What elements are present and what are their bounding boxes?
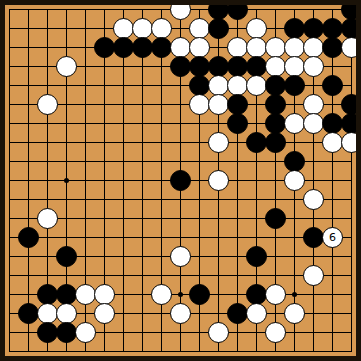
white-stone bbox=[246, 37, 267, 58]
grid-line-horizontal bbox=[9, 199, 352, 200]
white-stone bbox=[303, 94, 324, 115]
grid-line-vertical bbox=[351, 9, 352, 352]
white-stone bbox=[303, 56, 324, 77]
black-stone bbox=[227, 113, 248, 134]
black-stone bbox=[322, 75, 343, 96]
black-stone bbox=[265, 208, 286, 229]
black-stone bbox=[322, 18, 343, 39]
star-point bbox=[64, 178, 69, 183]
black-stone bbox=[18, 303, 39, 324]
black-stone bbox=[284, 18, 305, 39]
black-stone bbox=[189, 284, 210, 305]
black-stone bbox=[170, 56, 191, 77]
black-stone bbox=[170, 170, 191, 191]
go-board[interactable]: 6 bbox=[0, 0, 361, 361]
black-stone bbox=[37, 284, 58, 305]
black-stone bbox=[246, 284, 267, 305]
white-stone bbox=[303, 265, 324, 286]
white-stone bbox=[208, 94, 229, 115]
white-stone bbox=[189, 18, 210, 39]
white-stone bbox=[56, 303, 77, 324]
black-stone bbox=[341, 113, 361, 134]
black-stone bbox=[322, 37, 343, 58]
white-stone: 6 bbox=[322, 227, 343, 248]
white-stone bbox=[227, 37, 248, 58]
black-stone bbox=[56, 322, 77, 343]
black-stone bbox=[56, 246, 77, 267]
black-stone bbox=[56, 284, 77, 305]
white-stone bbox=[284, 170, 305, 191]
white-stone bbox=[208, 75, 229, 96]
black-stone bbox=[208, 56, 229, 77]
black-stone bbox=[94, 37, 115, 58]
white-stone bbox=[246, 18, 267, 39]
white-stone bbox=[341, 132, 361, 153]
black-stone bbox=[151, 37, 172, 58]
white-stone bbox=[322, 132, 343, 153]
black-stone bbox=[246, 132, 267, 153]
white-stone bbox=[208, 132, 229, 153]
black-stone bbox=[189, 75, 210, 96]
white-stone bbox=[189, 37, 210, 58]
go-board-screenshot: 6 bbox=[0, 0, 361, 361]
white-stone bbox=[265, 56, 286, 77]
star-point bbox=[292, 292, 297, 297]
white-stone bbox=[56, 56, 77, 77]
move-number-label: 6 bbox=[329, 232, 336, 243]
black-stone bbox=[227, 0, 248, 20]
black-stone bbox=[227, 56, 248, 77]
black-stone bbox=[303, 227, 324, 248]
black-stone bbox=[37, 322, 58, 343]
black-stone bbox=[341, 94, 361, 115]
white-stone bbox=[284, 113, 305, 134]
star-point bbox=[178, 292, 183, 297]
white-stone bbox=[265, 322, 286, 343]
white-stone bbox=[94, 284, 115, 305]
white-stone bbox=[265, 37, 286, 58]
white-stone bbox=[341, 37, 361, 58]
white-stone bbox=[303, 189, 324, 210]
white-stone bbox=[246, 75, 267, 96]
black-stone bbox=[284, 151, 305, 172]
black-stone bbox=[265, 94, 286, 115]
black-stone bbox=[18, 227, 39, 248]
black-stone bbox=[284, 75, 305, 96]
black-stone bbox=[246, 56, 267, 77]
white-stone bbox=[246, 303, 267, 324]
black-stone bbox=[227, 303, 248, 324]
white-stone bbox=[303, 113, 324, 134]
white-stone bbox=[37, 208, 58, 229]
black-stone bbox=[265, 113, 286, 134]
grid-line-horizontal bbox=[9, 218, 352, 219]
white-stone bbox=[284, 37, 305, 58]
black-stone bbox=[189, 56, 210, 77]
black-stone bbox=[208, 18, 229, 39]
black-stone bbox=[265, 132, 286, 153]
white-stone bbox=[132, 18, 153, 39]
white-stone bbox=[151, 284, 172, 305]
black-stone bbox=[341, 0, 361, 20]
white-stone bbox=[284, 303, 305, 324]
white-stone bbox=[265, 284, 286, 305]
grid-line-horizontal bbox=[9, 237, 352, 238]
white-stone bbox=[170, 37, 191, 58]
white-stone bbox=[94, 303, 115, 324]
white-stone bbox=[37, 303, 58, 324]
white-stone bbox=[208, 322, 229, 343]
white-stone bbox=[151, 18, 172, 39]
white-stone bbox=[75, 284, 96, 305]
white-stone bbox=[227, 75, 248, 96]
white-stone bbox=[75, 322, 96, 343]
white-stone bbox=[189, 94, 210, 115]
white-stone bbox=[170, 246, 191, 267]
black-stone bbox=[303, 18, 324, 39]
grid-line-horizontal bbox=[9, 275, 352, 276]
black-stone bbox=[208, 0, 229, 20]
black-stone bbox=[227, 94, 248, 115]
white-stone bbox=[37, 94, 58, 115]
white-stone bbox=[303, 37, 324, 58]
black-stone bbox=[322, 113, 343, 134]
white-stone bbox=[170, 0, 191, 20]
grid-line-horizontal bbox=[9, 351, 352, 352]
white-stone bbox=[284, 56, 305, 77]
black-stone bbox=[341, 18, 361, 39]
black-stone bbox=[132, 37, 153, 58]
black-stone bbox=[265, 75, 286, 96]
white-stone bbox=[113, 18, 134, 39]
black-stone bbox=[246, 246, 267, 267]
white-stone bbox=[170, 303, 191, 324]
white-stone bbox=[208, 170, 229, 191]
grid-line-vertical bbox=[332, 9, 333, 352]
black-stone bbox=[113, 37, 134, 58]
